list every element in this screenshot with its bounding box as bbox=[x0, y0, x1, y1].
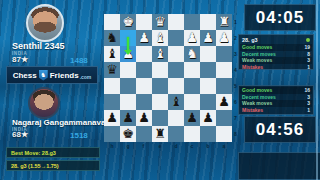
analysis-value: 3 bbox=[307, 94, 310, 100]
square-b3[interactable] bbox=[200, 46, 216, 62]
square-a3[interactable] bbox=[216, 46, 232, 62]
square-g1[interactable]: ♚ bbox=[120, 14, 136, 30]
file-label-b: b bbox=[207, 143, 210, 149]
square-c2[interactable]: ♟ bbox=[184, 30, 200, 46]
square-h8[interactable] bbox=[104, 126, 120, 142]
rank-label-4: 4 bbox=[234, 67, 237, 73]
square-a1[interactable]: ♜ bbox=[216, 14, 232, 30]
analysis-value: 3 bbox=[307, 100, 310, 106]
eval-change-text: 28. g3 (1.55→1.75) bbox=[11, 163, 59, 169]
square-f7[interactable]: ♟ bbox=[136, 110, 152, 126]
square-b4[interactable] bbox=[200, 62, 216, 78]
square-e4[interactable] bbox=[152, 62, 168, 78]
square-e7[interactable] bbox=[152, 110, 168, 126]
rank-label-1: 1 bbox=[234, 19, 237, 25]
logo-text-chess: Chess bbox=[13, 71, 37, 80]
square-h2[interactable]: ♞ bbox=[104, 30, 120, 46]
player-name-bottom: Nagaraj Gangammanavar bbox=[12, 118, 109, 127]
square-g3[interactable]: ♟ bbox=[120, 46, 136, 62]
black-rook[interactable]: ♜ bbox=[154, 126, 166, 142]
white-king[interactable]: ♚ bbox=[122, 14, 134, 30]
square-f5[interactable] bbox=[136, 78, 152, 94]
square-d7[interactable] bbox=[168, 110, 184, 126]
file-label-a: a bbox=[223, 143, 226, 149]
square-d6[interactable]: ♝ bbox=[168, 94, 184, 110]
square-h7[interactable]: ♟ bbox=[104, 110, 120, 126]
black-pawn[interactable]: ♟ bbox=[218, 94, 230, 110]
chess-board[interactable]: ♚♛♜♞♟♝♟♟♟♝♟♝♞♛♝♟♟♟♟♟♟♚♜ bbox=[104, 14, 232, 142]
analysis-label: Mistakes bbox=[242, 64, 263, 70]
player-stars-top: 87★ bbox=[12, 55, 28, 64]
square-c6[interactable] bbox=[184, 94, 200, 110]
analysis-value: 1 bbox=[307, 64, 310, 70]
empty-panel bbox=[238, 152, 320, 180]
analysis-label: Weak moves bbox=[242, 100, 272, 106]
player-rating-bottom: 1518 bbox=[70, 131, 88, 140]
white-pawn[interactable]: ♟ bbox=[202, 30, 214, 46]
square-a6[interactable]: ♟ bbox=[216, 94, 232, 110]
square-e3[interactable]: ♝ bbox=[152, 46, 168, 62]
logo-text-com: .com bbox=[80, 74, 92, 80]
analysis-label: Good moves bbox=[242, 44, 272, 50]
white-bishop[interactable]: ♝ bbox=[154, 46, 166, 62]
shield-knight-icon: ♞ bbox=[39, 70, 48, 81]
white-pawn[interactable]: ♟ bbox=[138, 30, 150, 46]
square-d2[interactable] bbox=[168, 30, 184, 46]
white-pawn[interactable]: ♟ bbox=[186, 30, 198, 46]
square-a7[interactable] bbox=[216, 110, 232, 126]
square-d4[interactable] bbox=[168, 62, 184, 78]
square-g8[interactable]: ♚ bbox=[120, 126, 136, 142]
analysis-row: Mistakes1 bbox=[240, 64, 312, 71]
square-g7[interactable]: ♟ bbox=[120, 110, 136, 126]
white-pawn[interactable]: ♟ bbox=[218, 30, 230, 46]
square-e8[interactable]: ♜ bbox=[152, 126, 168, 142]
rank-label-7: 7 bbox=[234, 115, 237, 121]
file-label-d: d bbox=[175, 143, 178, 149]
square-b8[interactable] bbox=[200, 126, 216, 142]
clock-top: 04:05 bbox=[244, 4, 316, 31]
rank-label-5: 5 bbox=[234, 83, 237, 89]
square-d1[interactable] bbox=[168, 14, 184, 30]
best-move-text: Best Move: 28.g3 bbox=[11, 150, 56, 156]
file-label-g: g bbox=[127, 143, 130, 149]
file-label-f: f bbox=[143, 143, 145, 149]
square-a5[interactable] bbox=[216, 78, 232, 94]
square-a8[interactable] bbox=[216, 126, 232, 142]
square-d8[interactable] bbox=[168, 126, 184, 142]
analysis-row: Mistakes1 bbox=[240, 107, 312, 114]
square-c8[interactable] bbox=[184, 126, 200, 142]
clock-bottom: 04:56 bbox=[244, 116, 316, 143]
square-h6[interactable] bbox=[104, 94, 120, 110]
analysis-panel-top: 28. g3 Good moves19Decent moves8Weak mov… bbox=[238, 34, 314, 70]
black-knight[interactable]: ♞ bbox=[106, 30, 118, 46]
square-b1[interactable] bbox=[200, 14, 216, 30]
white-bishop[interactable]: ♝ bbox=[154, 30, 166, 46]
square-a4[interactable] bbox=[216, 62, 232, 78]
file-label-e: e bbox=[159, 143, 162, 149]
analysis-value: 16 bbox=[304, 87, 310, 93]
square-h4[interactable]: ♛ bbox=[104, 62, 120, 78]
square-f6[interactable] bbox=[136, 94, 152, 110]
square-c3[interactable]: ♞ bbox=[184, 46, 200, 62]
black-pawn[interactable]: ♟ bbox=[122, 110, 134, 126]
square-e5[interactable] bbox=[152, 78, 168, 94]
square-a2[interactable]: ♟ bbox=[216, 30, 232, 46]
rank-label-6: 6 bbox=[234, 99, 237, 105]
black-bishop[interactable]: ♝ bbox=[170, 94, 182, 110]
logo-text-friends: Friends bbox=[50, 71, 79, 80]
analysis-value: 19 bbox=[304, 44, 310, 50]
square-b5[interactable] bbox=[200, 78, 216, 94]
avatar bbox=[28, 87, 60, 119]
square-f2[interactable]: ♟ bbox=[136, 30, 152, 46]
square-h3[interactable]: ♝ bbox=[104, 46, 120, 62]
rank-label-3: 3 bbox=[234, 51, 237, 57]
square-b6[interactable] bbox=[200, 94, 216, 110]
square-c7[interactable]: ♟ bbox=[184, 110, 200, 126]
black-pawn[interactable]: ♟ bbox=[202, 110, 214, 126]
square-f4[interactable] bbox=[136, 62, 152, 78]
analysis-panel-bottom: Good moves16Decent moves3Weak moves3Mist… bbox=[238, 85, 314, 115]
analysis-value: 8 bbox=[307, 51, 310, 57]
file-label-c: c bbox=[191, 143, 194, 149]
analysis-value: 3 bbox=[307, 57, 310, 63]
rank-label-2: 2 bbox=[234, 35, 237, 41]
white-rook[interactable]: ♜ bbox=[218, 14, 230, 30]
square-e1[interactable]: ♛ bbox=[152, 14, 168, 30]
white-pawn[interactable]: ♟ bbox=[122, 46, 134, 62]
eval-change-banner: 28. g3 (1.55→1.75) bbox=[6, 160, 100, 171]
square-f8[interactable] bbox=[136, 126, 152, 142]
analysis-label: Weak moves bbox=[242, 57, 272, 63]
square-d3[interactable] bbox=[168, 46, 184, 62]
square-c1[interactable] bbox=[184, 14, 200, 30]
square-c5[interactable] bbox=[184, 78, 200, 94]
black-bishop[interactable]: ♝ bbox=[106, 46, 118, 62]
analysis-value: 1 bbox=[307, 107, 310, 113]
square-g2[interactable] bbox=[120, 30, 136, 46]
square-g6[interactable] bbox=[120, 94, 136, 110]
black-king[interactable]: ♚ bbox=[122, 126, 134, 142]
best-move-banner: Best Move: 28.g3 bbox=[6, 147, 100, 158]
square-b2[interactable]: ♟ bbox=[200, 30, 216, 46]
move-quality-dot-icon bbox=[306, 38, 310, 42]
player-stars-bottom: 68★ bbox=[12, 130, 28, 139]
analysis-label: Decent moves bbox=[242, 94, 276, 100]
white-queen[interactable]: ♛ bbox=[154, 14, 166, 30]
file-label-h: h bbox=[111, 143, 114, 149]
analysis-label: Good moves bbox=[242, 87, 272, 93]
square-e2[interactable]: ♝ bbox=[152, 30, 168, 46]
square-g5[interactable] bbox=[120, 78, 136, 94]
black-pawn[interactable]: ♟ bbox=[186, 110, 198, 126]
square-f3[interactable] bbox=[136, 46, 152, 62]
black-queen[interactable]: ♛ bbox=[106, 62, 118, 78]
square-h5[interactable] bbox=[104, 78, 120, 94]
square-e6[interactable] bbox=[152, 94, 168, 110]
square-f1[interactable] bbox=[136, 14, 152, 30]
square-g4[interactable] bbox=[120, 62, 136, 78]
square-d5[interactable] bbox=[168, 78, 184, 94]
black-pawn[interactable]: ♟ bbox=[106, 110, 118, 126]
last-move-label: 28. g3 bbox=[242, 37, 258, 43]
black-pawn[interactable]: ♟ bbox=[138, 110, 150, 126]
player-name-top: Senthil 2345 bbox=[12, 41, 65, 51]
avatar bbox=[26, 4, 64, 42]
analysis-label: Decent moves bbox=[242, 51, 276, 57]
rank-label-8: 8 bbox=[234, 131, 237, 137]
player-rating-top: 1488 bbox=[70, 56, 88, 65]
square-h1[interactable] bbox=[104, 14, 120, 30]
analysis-label: Mistakes bbox=[242, 107, 263, 113]
white-knight[interactable]: ♞ bbox=[186, 46, 198, 62]
chessfriends-logo: Chess ♞ Friends .com bbox=[6, 66, 98, 84]
square-b7[interactable]: ♟ bbox=[200, 110, 216, 126]
square-c4[interactable] bbox=[184, 62, 200, 78]
stream-overlay: Senthil 2345 INDIA 87★ 1488 Chess ♞ Frie… bbox=[0, 0, 320, 180]
